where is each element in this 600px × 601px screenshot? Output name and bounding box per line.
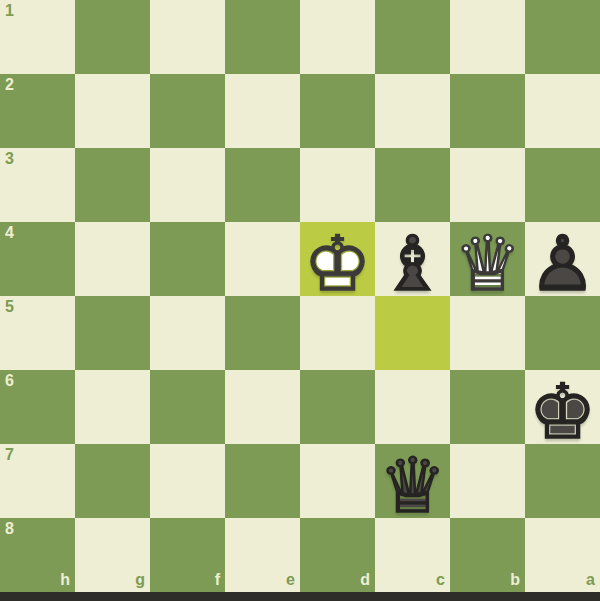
square-h2[interactable]: 2 (0, 74, 75, 148)
square-d1[interactable] (300, 0, 375, 74)
piece-black-king-a6[interactable]: ♚♔ (525, 370, 600, 444)
square-a8[interactable]: a (525, 518, 600, 592)
square-a2[interactable] (525, 74, 600, 148)
square-g3[interactable] (75, 148, 150, 222)
square-c1[interactable] (375, 0, 450, 74)
square-e5[interactable] (225, 296, 300, 370)
square-a7[interactable] (525, 444, 600, 518)
square-e3[interactable] (225, 148, 300, 222)
file-label-h: h (60, 572, 70, 588)
square-c6[interactable] (375, 370, 450, 444)
piece-black-bishop-c4[interactable]: ♝♗ (375, 222, 450, 296)
rank-label-3: 3 (5, 151, 14, 167)
black-pawn-outline: ♙ (528, 226, 596, 302)
square-b2[interactable] (450, 74, 525, 148)
rank-label-5: 5 (5, 299, 14, 315)
square-f1[interactable] (150, 0, 225, 74)
square-h6[interactable]: 6 (0, 370, 75, 444)
square-b6[interactable] (450, 370, 525, 444)
file-label-a: a (586, 572, 595, 588)
square-g8[interactable]: g (75, 518, 150, 592)
square-h7[interactable]: 7 (0, 444, 75, 518)
square-d4[interactable]: ♚♔ (300, 222, 375, 296)
square-g4[interactable] (75, 222, 150, 296)
file-label-d: d (360, 572, 370, 588)
square-c2[interactable] (375, 74, 450, 148)
square-h4[interactable]: 4 (0, 222, 75, 296)
file-label-g: g (135, 572, 145, 588)
square-c8[interactable]: c (375, 518, 450, 592)
square-a4[interactable]: ♟♙ (525, 222, 600, 296)
square-d5[interactable] (300, 296, 375, 370)
piece-white-king-d4[interactable]: ♚♔ (300, 222, 375, 296)
square-d2[interactable] (300, 74, 375, 148)
square-e4[interactable] (225, 222, 300, 296)
file-label-f: f (215, 572, 220, 588)
chess-board[interactable]: 1234♚♔♝♗♛♕♟♙56♚♔7♛♕8hgfedcba (0, 0, 600, 592)
rank-label-8: 8 (5, 521, 14, 537)
white-queen-outline: ♕ (453, 226, 521, 302)
square-h8[interactable]: 8h (0, 518, 75, 592)
square-e6[interactable] (225, 370, 300, 444)
square-e1[interactable] (225, 0, 300, 74)
square-g7[interactable] (75, 444, 150, 518)
square-h1[interactable]: 1 (0, 0, 75, 74)
chess-app-screen: 1234♚♔♝♗♛♕♟♙56♚♔7♛♕8hgfedcba (0, 0, 600, 601)
rank-label-1: 1 (5, 3, 14, 19)
file-label-b: b (510, 572, 520, 588)
square-b1[interactable] (450, 0, 525, 74)
square-f2[interactable] (150, 74, 225, 148)
square-b8[interactable]: b (450, 518, 525, 592)
square-g6[interactable] (75, 370, 150, 444)
square-b3[interactable] (450, 148, 525, 222)
white-king-outline: ♔ (303, 226, 371, 302)
bottom-bar (0, 592, 600, 601)
square-b5[interactable] (450, 296, 525, 370)
square-f7[interactable] (150, 444, 225, 518)
square-f8[interactable]: f (150, 518, 225, 592)
square-a6[interactable]: ♚♔ (525, 370, 600, 444)
black-bishop-outline: ♗ (378, 226, 446, 302)
rank-label-7: 7 (5, 447, 14, 463)
square-f5[interactable] (150, 296, 225, 370)
square-b7[interactable] (450, 444, 525, 518)
square-f3[interactable] (150, 148, 225, 222)
square-c3[interactable] (375, 148, 450, 222)
square-e7[interactable] (225, 444, 300, 518)
square-b4[interactable]: ♛♕ (450, 222, 525, 296)
square-f6[interactable] (150, 370, 225, 444)
piece-black-pawn-a4[interactable]: ♟♙ (525, 222, 600, 296)
square-g5[interactable] (75, 296, 150, 370)
square-c4[interactable]: ♝♗ (375, 222, 450, 296)
square-c5[interactable] (375, 296, 450, 370)
square-d3[interactable] (300, 148, 375, 222)
square-h3[interactable]: 3 (0, 148, 75, 222)
square-e2[interactable] (225, 74, 300, 148)
square-a5[interactable] (525, 296, 600, 370)
square-g1[interactable] (75, 0, 150, 74)
square-f4[interactable] (150, 222, 225, 296)
square-h5[interactable]: 5 (0, 296, 75, 370)
file-label-c: c (436, 572, 445, 588)
black-queen-outline: ♕ (378, 448, 446, 524)
square-d6[interactable] (300, 370, 375, 444)
piece-black-queen-c7[interactable]: ♛♕ (375, 444, 450, 518)
square-a3[interactable] (525, 148, 600, 222)
black-king-outline: ♔ (528, 374, 596, 450)
square-d7[interactable] (300, 444, 375, 518)
rank-label-4: 4 (5, 225, 14, 241)
square-a1[interactable] (525, 0, 600, 74)
rank-label-6: 6 (5, 373, 14, 389)
square-c7[interactable]: ♛♕ (375, 444, 450, 518)
square-g2[interactable] (75, 74, 150, 148)
rank-label-2: 2 (5, 77, 14, 93)
file-label-e: e (286, 572, 295, 588)
square-d8[interactable]: d (300, 518, 375, 592)
square-e8[interactable]: e (225, 518, 300, 592)
piece-white-queen-b4[interactable]: ♛♕ (450, 222, 525, 296)
